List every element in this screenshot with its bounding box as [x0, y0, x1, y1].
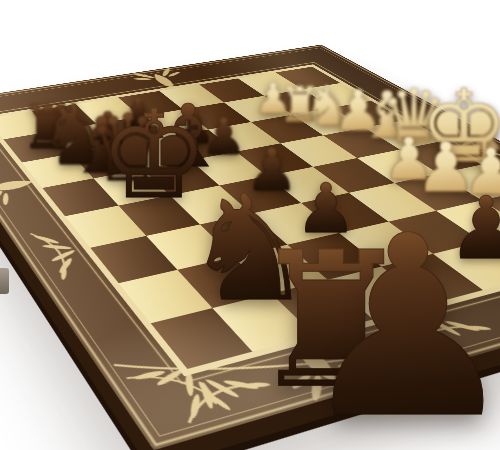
- chess-board-squares: [0, 67, 500, 369]
- chess-board: [0, 45, 500, 450]
- chess-set-photo: ♜♞♟♝♛♚♟♟♝♟♟♟♞♜♟♟♟♜♞♟♝♛♚♝♟♟♟: [0, 0, 500, 450]
- perspective-wrapper: [0, 0, 500, 450]
- clasp-hinge: [0, 268, 9, 294]
